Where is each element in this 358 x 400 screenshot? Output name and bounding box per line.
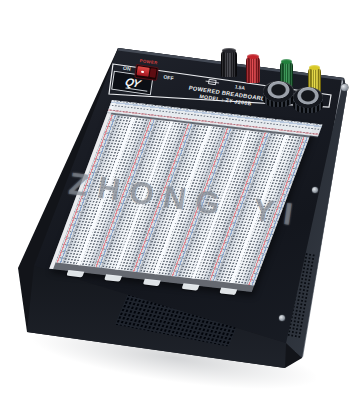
knob-top-face	[263, 81, 294, 102]
terminal-post-black	[221, 50, 237, 77]
fuse-rating-label: 1.5A	[235, 84, 246, 90]
knob-top-face	[293, 87, 323, 108]
terminal-post-red	[246, 56, 260, 83]
fuse-holder-knob	[293, 87, 323, 118]
rocker-indicator-dot	[141, 70, 144, 73]
product-photo: ZHONG YI QY POWER ON OFF 1.5A POWERED BR…	[0, 0, 358, 400]
rocker-switch	[134, 64, 159, 81]
rocker-dark-half	[149, 68, 156, 78]
fuse-icon	[205, 78, 220, 86]
off-label: OFF	[163, 74, 174, 81]
brand-logo-underline	[125, 88, 147, 92]
fuse-holder-knob	[263, 81, 294, 113]
model-title: POWERED BREADBOARD MODEL : ZY-J206B	[178, 84, 274, 111]
screw	[341, 84, 348, 91]
on-label: ON	[123, 65, 131, 71]
screw	[312, 187, 318, 193]
screw	[279, 315, 285, 321]
